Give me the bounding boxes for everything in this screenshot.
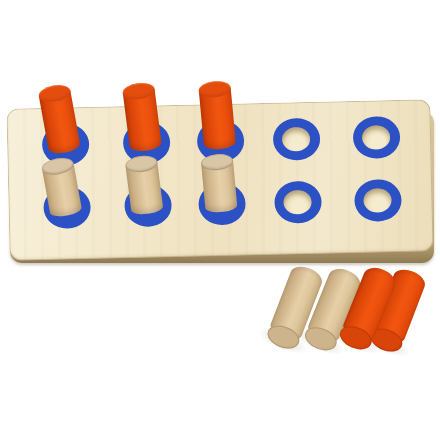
- peg-orange-standing[interactable]: [199, 88, 236, 151]
- peg-board: [6, 99, 433, 261]
- scene: [0, 0, 440, 440]
- peg-natural-standing[interactable]: [201, 161, 237, 214]
- peg-natural-standing[interactable]: [126, 162, 164, 216]
- peg-orange-standing[interactable]: [123, 89, 162, 153]
